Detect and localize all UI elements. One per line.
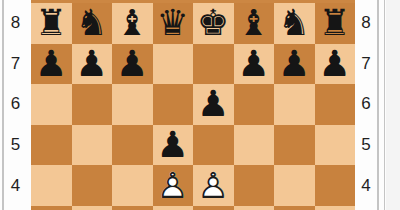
square-h4 bbox=[315, 165, 356, 206]
black-knight: ♞ bbox=[278, 5, 310, 41]
square-h6 bbox=[315, 84, 356, 125]
square-b5 bbox=[72, 125, 113, 166]
white-pawn: ♟♙ bbox=[157, 168, 189, 204]
square-a5 bbox=[31, 125, 72, 166]
rank-label-right-4: 4 bbox=[355, 165, 377, 206]
black-pawn: ♟ bbox=[157, 127, 189, 163]
square-a7: ♟ bbox=[31, 44, 72, 85]
rank-label-right-8: 8 bbox=[355, 3, 377, 44]
square-a4 bbox=[31, 165, 72, 206]
rank-labels-right: 8 7 6 5 4 bbox=[355, 3, 377, 206]
square-a6 bbox=[31, 84, 72, 125]
black-pawn: ♟ bbox=[116, 46, 148, 82]
blog-page-fragment: 8 7 6 5 4 ♜♞♝♛♚♝♞♜♟♟♟♟♟♟♟♟♟♙♟♙ 8 7 6 5 4 bbox=[0, 0, 400, 210]
black-pawn: ♟ bbox=[238, 46, 270, 82]
square-f6 bbox=[234, 84, 275, 125]
black-pawn: ♟ bbox=[76, 46, 108, 82]
right-border-line-outer bbox=[384, 0, 386, 210]
rank-label-left-4: 4 bbox=[0, 165, 31, 206]
rank-label-right-7: 7 bbox=[355, 44, 377, 85]
black-bishop: ♝ bbox=[238, 5, 270, 41]
square-d8: ♛ bbox=[153, 3, 194, 44]
square-g7: ♟ bbox=[274, 44, 315, 85]
rank-label-left-6: 6 bbox=[0, 84, 31, 125]
square-c3 bbox=[112, 206, 153, 210]
square-d3 bbox=[153, 206, 194, 210]
square-f5 bbox=[234, 125, 275, 166]
black-bishop: ♝ bbox=[116, 5, 148, 41]
square-d6 bbox=[153, 84, 194, 125]
square-h7: ♟ bbox=[315, 44, 356, 85]
square-e6: ♟ bbox=[193, 84, 234, 125]
right-border-line-inner bbox=[377, 0, 379, 210]
square-h5 bbox=[315, 125, 356, 166]
rank-label-left-7: 7 bbox=[0, 44, 31, 85]
square-e5 bbox=[193, 125, 234, 166]
rank-label-right-6: 6 bbox=[355, 84, 377, 125]
square-b8: ♞ bbox=[72, 3, 113, 44]
square-f3 bbox=[234, 206, 275, 210]
square-h3 bbox=[315, 206, 356, 210]
chess-board: ♜♞♝♛♚♝♞♜♟♟♟♟♟♟♟♟♟♙♟♙ bbox=[31, 0, 355, 210]
square-d4: ♟♙ bbox=[153, 165, 194, 206]
black-knight: ♞ bbox=[76, 5, 108, 41]
black-pawn: ♟ bbox=[197, 86, 229, 122]
square-c7: ♟ bbox=[112, 44, 153, 85]
right-gutter bbox=[386, 0, 400, 210]
rank-labels-left: 8 7 6 5 4 bbox=[0, 3, 31, 206]
square-b3 bbox=[72, 206, 113, 210]
black-pawn: ♟ bbox=[278, 46, 310, 82]
square-g5 bbox=[274, 125, 315, 166]
white-pawn: ♟♙ bbox=[197, 168, 229, 204]
black-rook: ♜ bbox=[35, 5, 67, 41]
square-e7 bbox=[193, 44, 234, 85]
square-g8: ♞ bbox=[274, 3, 315, 44]
square-a3 bbox=[31, 206, 72, 210]
rank-label-left-5: 5 bbox=[0, 125, 31, 166]
square-f8: ♝ bbox=[234, 3, 275, 44]
square-c8: ♝ bbox=[112, 3, 153, 44]
square-c5 bbox=[112, 125, 153, 166]
square-b4 bbox=[72, 165, 113, 206]
square-e8: ♚ bbox=[193, 3, 234, 44]
square-g4 bbox=[274, 165, 315, 206]
square-e3 bbox=[193, 206, 234, 210]
square-d7 bbox=[153, 44, 194, 85]
square-b7: ♟ bbox=[72, 44, 113, 85]
square-e4: ♟♙ bbox=[193, 165, 234, 206]
black-rook: ♜ bbox=[319, 5, 351, 41]
black-king: ♚ bbox=[197, 5, 229, 41]
square-f4 bbox=[234, 165, 275, 206]
square-g3 bbox=[274, 206, 315, 210]
square-b6 bbox=[72, 84, 113, 125]
square-f7: ♟ bbox=[234, 44, 275, 85]
square-h8: ♜ bbox=[315, 3, 356, 44]
square-c6 bbox=[112, 84, 153, 125]
square-g6 bbox=[274, 84, 315, 125]
rank-label-left-8: 8 bbox=[0, 3, 31, 44]
black-pawn: ♟ bbox=[319, 46, 351, 82]
square-d5: ♟ bbox=[153, 125, 194, 166]
black-pawn: ♟ bbox=[35, 46, 67, 82]
square-a8: ♜ bbox=[31, 3, 72, 44]
square-c4 bbox=[112, 165, 153, 206]
rank-label-right-5: 5 bbox=[355, 125, 377, 166]
black-queen: ♛ bbox=[157, 5, 189, 41]
